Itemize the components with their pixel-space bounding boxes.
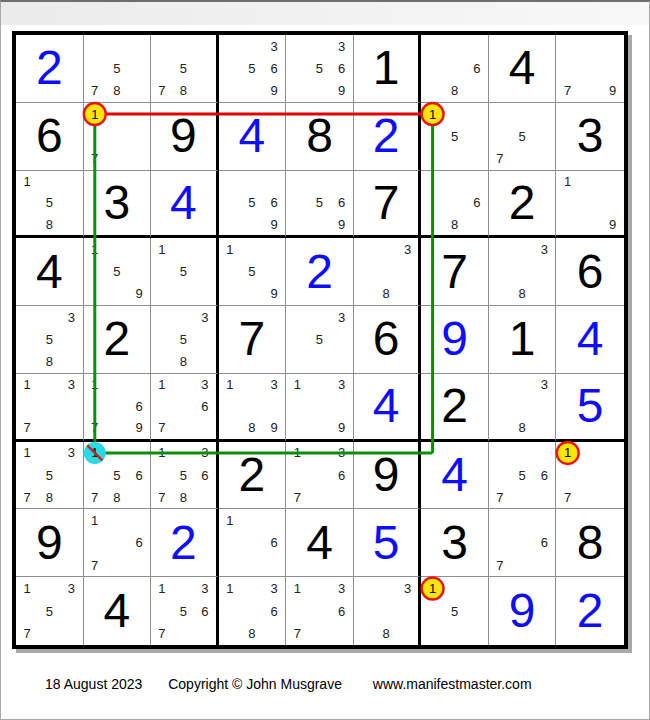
cell-r9c6[interactable]: 38 bbox=[354, 577, 422, 645]
candidate-1: 1 bbox=[16, 171, 38, 193]
candidate-1: 1 bbox=[151, 577, 173, 600]
candidate-3: 3 bbox=[194, 577, 216, 600]
cell-r1c6[interactable]: 1 bbox=[354, 35, 422, 103]
cell-r5c9[interactable]: 4 bbox=[556, 306, 624, 374]
cell-r8c7[interactable]: 3 bbox=[421, 509, 489, 577]
candidate-8: 8 bbox=[241, 417, 263, 439]
cell-value: 3 bbox=[84, 171, 151, 236]
cell-value: 8 bbox=[556, 509, 624, 576]
candidate-8: 8 bbox=[511, 417, 533, 439]
candidate-1: 1 bbox=[16, 577, 38, 600]
cell-r3c3[interactable]: 4 bbox=[151, 171, 219, 239]
cell-r5c6[interactable]: 6 bbox=[354, 306, 422, 374]
cell-r2c6[interactable]: 2 bbox=[354, 103, 422, 171]
cell-value: 2 bbox=[16, 35, 83, 102]
cell-r1c8[interactable]: 4 bbox=[489, 35, 557, 103]
cell-r4c6[interactable]: 38 bbox=[354, 238, 422, 306]
candidate-9: 9 bbox=[263, 417, 285, 439]
candidate-7: 7 bbox=[84, 486, 106, 508]
cell-r8c9[interactable]: 8 bbox=[556, 509, 624, 577]
cell-r2c1[interactable]: 6 bbox=[16, 103, 84, 171]
candidate-3: 3 bbox=[533, 238, 555, 260]
candidate-6: 6 bbox=[194, 395, 216, 417]
cell-value: 3 bbox=[421, 509, 488, 576]
candidate-7: 7 bbox=[16, 486, 38, 508]
candidate-6: 6 bbox=[331, 464, 353, 486]
candidate-5: 5 bbox=[106, 57, 128, 79]
candidate-6: 6 bbox=[194, 464, 216, 486]
candidate-6: 6 bbox=[263, 57, 285, 79]
cell-r7c6[interactable]: 9 bbox=[354, 442, 422, 510]
candidate-1: 1 bbox=[421, 577, 443, 600]
cell-value: 8 bbox=[286, 103, 353, 170]
candidate-7: 7 bbox=[286, 486, 308, 508]
candidate-7: 7 bbox=[84, 554, 106, 576]
cell-value: 2 bbox=[489, 171, 556, 236]
candidate-5: 5 bbox=[444, 600, 466, 623]
candidate-1: 1 bbox=[151, 374, 173, 396]
candidate-7: 7 bbox=[151, 486, 173, 508]
cell-r6c1[interactable]: 137 bbox=[16, 374, 84, 442]
cell-r8c2[interactable]: 167 bbox=[84, 509, 152, 577]
candidate-5: 5 bbox=[106, 261, 128, 283]
cell-r7c1[interactable]: 13578 bbox=[16, 442, 84, 510]
candidate-5: 5 bbox=[38, 600, 60, 623]
cell-r2c9[interactable]: 3 bbox=[556, 103, 624, 171]
cell-r3c4[interactable]: 569 bbox=[219, 171, 287, 239]
candidate-1: 1 bbox=[84, 509, 106, 531]
candidate-3: 3 bbox=[397, 238, 419, 260]
candidate-1: 1 bbox=[84, 103, 106, 125]
candidate-6: 6 bbox=[194, 600, 216, 623]
cell-r7c5[interactable]: 1367 bbox=[286, 442, 354, 510]
candidate-1: 1 bbox=[219, 374, 241, 396]
cell-r6c8[interactable]: 38 bbox=[489, 374, 557, 442]
candidate-9: 9 bbox=[331, 417, 353, 439]
cell-r4c7[interactable]: 7 bbox=[421, 238, 489, 306]
candidate-8: 8 bbox=[38, 486, 60, 508]
candidate-9: 9 bbox=[601, 80, 624, 102]
cell-r4c5[interactable]: 2 bbox=[286, 238, 354, 306]
cell-r4c2[interactable]: 159 bbox=[84, 238, 152, 306]
candidate-1: 1 bbox=[556, 171, 579, 193]
candidate-9: 9 bbox=[263, 80, 285, 102]
cell-r9c7[interactable]: 15 bbox=[421, 577, 489, 645]
candidate-1: 1 bbox=[84, 238, 106, 260]
candidate-5: 5 bbox=[38, 192, 60, 214]
candidate-8: 8 bbox=[511, 283, 533, 305]
cell-r6c5[interactable]: 139 bbox=[286, 374, 354, 442]
candidate-5: 5 bbox=[38, 464, 60, 486]
candidate-3: 3 bbox=[194, 442, 216, 464]
candidate-1: 1 bbox=[219, 577, 241, 600]
cell-value: 4 bbox=[556, 306, 624, 373]
candidate-3: 3 bbox=[331, 374, 353, 396]
candidate-7: 7 bbox=[84, 80, 106, 102]
candidate-1: 1 bbox=[151, 442, 173, 464]
candidate-5: 5 bbox=[173, 600, 195, 623]
cell-value: 4 bbox=[219, 103, 286, 170]
candidate-1: 1 bbox=[286, 442, 308, 464]
candidate-8: 8 bbox=[444, 80, 466, 102]
cell-value: 4 bbox=[489, 35, 556, 102]
cell-value: 2 bbox=[84, 306, 151, 373]
cell-r7c8[interactable]: 567 bbox=[489, 442, 557, 510]
candidate-7: 7 bbox=[556, 80, 579, 102]
candidate-9: 9 bbox=[263, 283, 285, 305]
cell-r3c7[interactable]: 68 bbox=[421, 171, 489, 239]
candidate-7: 7 bbox=[84, 417, 106, 439]
cell-r2c7[interactable]: 15 bbox=[421, 103, 489, 171]
cell-r8c8[interactable]: 67 bbox=[489, 509, 557, 577]
candidate-1: 1 bbox=[219, 509, 241, 531]
cell-r6c6[interactable]: 4 bbox=[354, 374, 422, 442]
candidate-7: 7 bbox=[151, 622, 173, 645]
cell-value: 5 bbox=[354, 509, 419, 576]
candidate-6: 6 bbox=[263, 600, 285, 623]
cell-r4c4[interactable]: 159 bbox=[219, 238, 287, 306]
candidate-3: 3 bbox=[60, 374, 82, 396]
cell-r8c5[interactable]: 4 bbox=[286, 509, 354, 577]
cell-r7c3[interactable]: 135678 bbox=[151, 442, 219, 510]
candidate-3: 3 bbox=[533, 374, 555, 396]
footer-copyright: Copyright © John Musgrave bbox=[168, 676, 342, 692]
candidate-6: 6 bbox=[331, 192, 353, 214]
cell-value: 1 bbox=[489, 306, 556, 373]
candidate-8: 8 bbox=[38, 351, 60, 373]
candidate-3: 3 bbox=[60, 577, 82, 600]
cell-value: 7 bbox=[219, 306, 286, 373]
cell-value: 5 bbox=[556, 374, 624, 439]
cell-r4c9[interactable]: 6 bbox=[556, 238, 624, 306]
candidate-3: 3 bbox=[263, 35, 285, 57]
cell-r1c4[interactable]: 3569 bbox=[219, 35, 287, 103]
candidate-6: 6 bbox=[263, 532, 285, 554]
candidate-7: 7 bbox=[489, 486, 511, 508]
candidate-3: 3 bbox=[331, 35, 353, 57]
cell-r1c1[interactable]: 2 bbox=[16, 35, 84, 103]
candidate-6: 6 bbox=[533, 532, 555, 554]
cell-r5c2[interactable]: 2 bbox=[84, 306, 152, 374]
candidate-5: 5 bbox=[511, 125, 533, 147]
candidate-1: 1 bbox=[286, 374, 308, 396]
candidate-9: 9 bbox=[331, 214, 353, 236]
candidate-6: 6 bbox=[128, 532, 150, 554]
candidate-9: 9 bbox=[601, 214, 624, 236]
cell-r2c8[interactable]: 57 bbox=[489, 103, 557, 171]
candidate-8: 8 bbox=[375, 622, 397, 645]
cell-value: 2 bbox=[151, 509, 216, 576]
candidate-8: 8 bbox=[173, 486, 195, 508]
candidate-6: 6 bbox=[263, 192, 285, 214]
cell-r3c1[interactable]: 158 bbox=[16, 171, 84, 239]
cell-value: 9 bbox=[489, 577, 556, 645]
cell-r4c3[interactable]: 15 bbox=[151, 238, 219, 306]
cell-value: 2 bbox=[354, 103, 419, 170]
cell-r5c1[interactable]: 358 bbox=[16, 306, 84, 374]
cell-r2c3[interactable]: 9 bbox=[151, 103, 219, 171]
candidate-3: 3 bbox=[331, 306, 353, 328]
cell-value: 4 bbox=[16, 238, 83, 305]
candidate-3: 3 bbox=[263, 577, 285, 600]
cell-value: 9 bbox=[354, 442, 419, 509]
cell-r5c4[interactable]: 7 bbox=[219, 306, 287, 374]
candidate-6: 6 bbox=[533, 464, 555, 486]
cell-r3c5[interactable]: 569 bbox=[286, 171, 354, 239]
cell-value: 4 bbox=[286, 509, 353, 576]
candidate-5: 5 bbox=[173, 464, 195, 486]
cell-r6c4[interactable]: 1389 bbox=[219, 374, 287, 442]
candidate-1: 1 bbox=[556, 442, 579, 464]
cell-value: 2 bbox=[219, 442, 286, 509]
candidate-3: 3 bbox=[263, 374, 285, 396]
cell-value: 6 bbox=[354, 306, 419, 373]
candidate-1: 1 bbox=[151, 238, 173, 260]
cell-r6c2[interactable]: 1679 bbox=[84, 374, 152, 442]
candidate-6: 6 bbox=[466, 192, 488, 214]
cell-r2c4[interactable]: 4 bbox=[219, 103, 287, 171]
cell-value: 7 bbox=[421, 238, 488, 305]
candidate-6: 6 bbox=[466, 57, 488, 79]
candidate-9: 9 bbox=[263, 214, 285, 236]
candidate-3: 3 bbox=[397, 577, 419, 600]
cell-r5c3[interactable]: 358 bbox=[151, 306, 219, 374]
footer-website[interactable]: www.manifestmaster.com bbox=[373, 676, 532, 692]
candidate-7: 7 bbox=[556, 486, 579, 508]
candidate-5: 5 bbox=[173, 328, 195, 350]
cell-value: 7 bbox=[354, 171, 419, 236]
candidate-5: 5 bbox=[308, 57, 330, 79]
candidate-9: 9 bbox=[128, 283, 150, 305]
candidate-5: 5 bbox=[308, 192, 330, 214]
cell-r2c2[interactable]: 17 bbox=[84, 103, 152, 171]
candidate-6: 6 bbox=[128, 395, 150, 417]
cell-value: 4 bbox=[421, 442, 488, 509]
candidate-1: 1 bbox=[84, 442, 106, 464]
candidate-1: 1 bbox=[16, 374, 38, 396]
cell-value: 2 bbox=[556, 577, 624, 645]
cell-r8c4[interactable]: 16 bbox=[219, 509, 287, 577]
candidate-5: 5 bbox=[308, 328, 330, 350]
title-bar bbox=[1, 2, 649, 25]
cell-r3c2[interactable]: 3 bbox=[84, 171, 152, 239]
cell-r3c8[interactable]: 2 bbox=[489, 171, 557, 239]
candidate-7: 7 bbox=[84, 147, 106, 169]
candidate-6: 6 bbox=[331, 57, 353, 79]
candidate-7: 7 bbox=[151, 80, 173, 102]
cell-r4c8[interactable]: 38 bbox=[489, 238, 557, 306]
candidate-5: 5 bbox=[511, 464, 533, 486]
candidate-3: 3 bbox=[60, 306, 82, 328]
candidate-6: 6 bbox=[128, 464, 150, 486]
cell-value: 9 bbox=[421, 306, 488, 373]
cell-r7c2[interactable]: 15678 bbox=[84, 442, 152, 510]
candidate-6: 6 bbox=[331, 600, 353, 623]
candidate-1: 1 bbox=[286, 577, 308, 600]
candidate-3: 3 bbox=[331, 442, 353, 464]
cell-value: 4 bbox=[354, 374, 419, 439]
candidate-5: 5 bbox=[38, 328, 60, 350]
cell-value: 6 bbox=[556, 238, 624, 305]
cell-r6c9[interactable]: 5 bbox=[556, 374, 624, 442]
candidate-7: 7 bbox=[16, 622, 38, 645]
cell-r8c3[interactable]: 2 bbox=[151, 509, 219, 577]
cell-r5c8[interactable]: 1 bbox=[489, 306, 557, 374]
cell-r5c7[interactable]: 9 bbox=[421, 306, 489, 374]
candidate-5: 5 bbox=[173, 261, 195, 283]
cell-r9c4[interactable]: 1368 bbox=[219, 577, 287, 645]
candidate-5: 5 bbox=[241, 192, 263, 214]
candidate-9: 9 bbox=[128, 417, 150, 439]
candidate-3: 3 bbox=[194, 306, 216, 328]
cell-r9c8[interactable]: 9 bbox=[489, 577, 557, 645]
cell-r7c7[interactable]: 4 bbox=[421, 442, 489, 510]
cell-r4c1[interactable]: 4 bbox=[16, 238, 84, 306]
candidate-8: 8 bbox=[241, 622, 263, 645]
cell-value: 3 bbox=[556, 103, 624, 170]
candidate-5: 5 bbox=[444, 125, 466, 147]
candidate-8: 8 bbox=[38, 214, 60, 236]
cell-r3c6[interactable]: 7 bbox=[354, 171, 422, 239]
candidate-7: 7 bbox=[489, 147, 511, 169]
sudoku-board: 2578578356935691684796179482155731583456… bbox=[12, 31, 628, 649]
candidate-8: 8 bbox=[173, 80, 195, 102]
candidate-5: 5 bbox=[106, 464, 128, 486]
candidate-5: 5 bbox=[173, 57, 195, 79]
candidate-1: 1 bbox=[84, 374, 106, 396]
cell-r6c7[interactable]: 2 bbox=[421, 374, 489, 442]
candidate-7: 7 bbox=[286, 622, 308, 645]
footer-date: 18 August 2023 bbox=[45, 676, 142, 692]
candidate-1: 1 bbox=[219, 238, 241, 260]
cell-r1c9[interactable]: 79 bbox=[556, 35, 624, 103]
cell-r2c5[interactable]: 8 bbox=[286, 103, 354, 171]
cell-value: 4 bbox=[84, 577, 151, 645]
cell-r7c4[interactable]: 2 bbox=[219, 442, 287, 510]
cell-r9c3[interactable]: 13567 bbox=[151, 577, 219, 645]
cell-r3c9[interactable]: 19 bbox=[556, 171, 624, 239]
candidate-8: 8 bbox=[106, 80, 128, 102]
cell-value: 9 bbox=[16, 509, 83, 576]
candidate-8: 8 bbox=[106, 486, 128, 508]
cell-r1c5[interactable]: 3569 bbox=[286, 35, 354, 103]
candidate-8: 8 bbox=[375, 283, 397, 305]
footer: 18 August 2023 Copyright © John Musgrave… bbox=[45, 676, 532, 692]
cell-value: 6 bbox=[16, 103, 83, 170]
cell-r1c3[interactable]: 578 bbox=[151, 35, 219, 103]
candidate-5: 5 bbox=[241, 57, 263, 79]
cell-r7c9[interactable]: 17 bbox=[556, 442, 624, 510]
candidate-7: 7 bbox=[16, 417, 38, 439]
candidate-7: 7 bbox=[151, 417, 173, 439]
cell-value: 2 bbox=[286, 238, 353, 305]
candidate-3: 3 bbox=[60, 442, 82, 464]
cell-r5c5[interactable]: 35 bbox=[286, 306, 354, 374]
candidate-3: 3 bbox=[331, 577, 353, 600]
cell-r8c6[interactable]: 5 bbox=[354, 509, 422, 577]
candidate-8: 8 bbox=[173, 351, 195, 373]
cell-r1c2[interactable]: 578 bbox=[84, 35, 152, 103]
cell-r9c1[interactable]: 1357 bbox=[16, 577, 84, 645]
cell-r9c9[interactable]: 2 bbox=[556, 577, 624, 645]
cell-value: 4 bbox=[151, 171, 216, 236]
cell-r9c5[interactable]: 1367 bbox=[286, 577, 354, 645]
candidate-1: 1 bbox=[16, 442, 38, 464]
candidate-3: 3 bbox=[194, 374, 216, 396]
cell-r1c7[interactable]: 68 bbox=[421, 35, 489, 103]
cell-r6c3[interactable]: 1367 bbox=[151, 374, 219, 442]
cell-r9c2[interactable]: 4 bbox=[84, 577, 152, 645]
candidate-7: 7 bbox=[489, 554, 511, 576]
cell-value: 1 bbox=[354, 35, 419, 102]
candidate-1: 1 bbox=[421, 103, 443, 125]
candidate-8: 8 bbox=[444, 214, 466, 236]
cell-r8c1[interactable]: 9 bbox=[16, 509, 84, 577]
cell-value: 9 bbox=[151, 103, 216, 170]
cell-value: 2 bbox=[421, 374, 488, 439]
candidate-5: 5 bbox=[241, 261, 263, 283]
candidate-9: 9 bbox=[331, 80, 353, 102]
